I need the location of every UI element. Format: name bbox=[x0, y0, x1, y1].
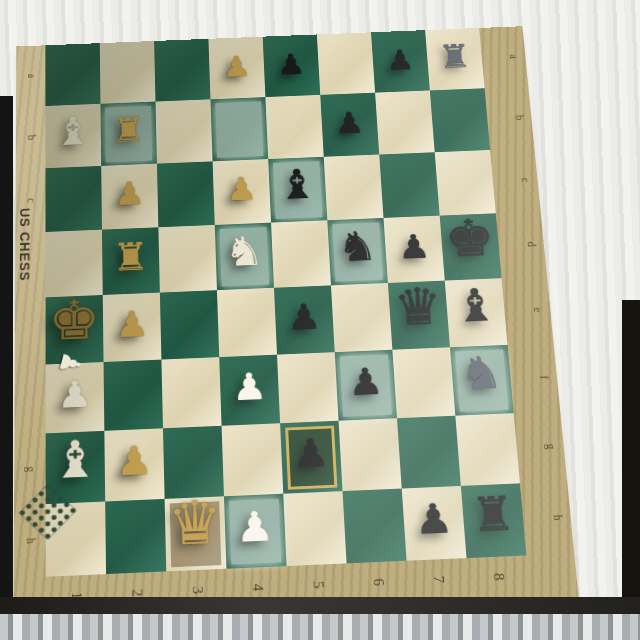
square-c7[interactable] bbox=[379, 152, 439, 218]
board-edge-shadow bbox=[0, 597, 640, 614]
highlight-b4 bbox=[215, 101, 264, 157]
white-pawn-a4[interactable]: ♟ bbox=[222, 52, 251, 81]
table-surface bbox=[0, 614, 640, 640]
square-b4[interactable] bbox=[210, 97, 268, 161]
file-label-right-c: c bbox=[516, 168, 532, 191]
board-border: US CHESS ♚♛♜♜♝♝♞♟♟♟♟♟♟♟♟♚♛♜♜♝♝♞♞♟♟♟♟♟♟♟♟… bbox=[13, 26, 581, 640]
photo-of-chessboard: US CHESS ♚♛♜♜♝♝♞♟♟♟♟♟♟♟♟♚♛♜♜♝♝♞♞♟♟♟♟♟♟♟♟… bbox=[0, 0, 640, 640]
black-pawn-g5[interactable]: ♟ bbox=[292, 433, 331, 474]
square-e4[interactable] bbox=[217, 288, 277, 357]
white-pawn-c2[interactable]: ♟ bbox=[114, 178, 145, 210]
black-pawn-h7[interactable]: ♟ bbox=[413, 497, 454, 540]
black-pawn-b6[interactable]: ♟ bbox=[334, 107, 365, 138]
square-b5[interactable] bbox=[265, 95, 323, 159]
square-d3[interactable] bbox=[158, 225, 217, 293]
black-rook-a8[interactable]: ♜ bbox=[437, 40, 472, 73]
square-a2[interactable] bbox=[100, 41, 156, 104]
black-bishop-e8[interactable]: ♝ bbox=[452, 283, 499, 330]
square-b3[interactable] bbox=[155, 99, 212, 163]
white-pawn-c4[interactable]: ♟ bbox=[226, 173, 258, 205]
file-label-left-a: a bbox=[24, 65, 38, 87]
file-label-left-g: g bbox=[22, 456, 37, 481]
square-e3[interactable] bbox=[160, 290, 219, 359]
square-g6[interactable] bbox=[339, 418, 402, 491]
white-king-e1[interactable]: ♚ bbox=[48, 292, 101, 348]
square-b7[interactable] bbox=[375, 90, 435, 154]
file-label-right-h: h bbox=[548, 504, 565, 530]
white-pawn-e2[interactable]: ♟ bbox=[115, 306, 149, 342]
file-label-left-h: h bbox=[22, 528, 37, 554]
square-g8[interactable] bbox=[455, 413, 520, 486]
white-bishop-g1[interactable]: ♝ bbox=[51, 433, 99, 486]
square-c3[interactable] bbox=[157, 161, 215, 227]
black-pawn-d7[interactable]: ♟ bbox=[397, 229, 431, 263]
white-pawn-f4[interactable]: ♟ bbox=[231, 367, 268, 405]
file-label-right-e: e bbox=[529, 298, 545, 322]
black-pawn-f6[interactable]: ♟ bbox=[347, 362, 384, 400]
black-queen-e7[interactable]: ♛ bbox=[392, 281, 444, 333]
white-pawn-h4[interactable]: ♟ bbox=[235, 505, 275, 548]
file-label-right-b: b bbox=[511, 106, 527, 128]
white-knight-d4[interactable]: ♞ bbox=[224, 230, 265, 272]
square-d5[interactable] bbox=[271, 220, 331, 288]
square-c8[interactable] bbox=[435, 150, 496, 216]
black-bishop-c5[interactable]: ♝ bbox=[276, 163, 318, 205]
black-knight-d6[interactable]: ♞ bbox=[336, 225, 378, 267]
square-a1[interactable] bbox=[45, 43, 100, 106]
square-c1[interactable] bbox=[45, 166, 102, 232]
white-rook-d2[interactable]: ♜ bbox=[112, 237, 150, 277]
square-f7[interactable] bbox=[392, 347, 455, 418]
square-c6[interactable] bbox=[324, 155, 384, 221]
square-f3[interactable] bbox=[161, 357, 221, 428]
file-label-right-f: f bbox=[535, 365, 552, 389]
uschess-border-text: US CHESS bbox=[17, 208, 33, 282]
white-pawn-f1[interactable]: ♟ bbox=[57, 375, 92, 414]
file-label-right-a: a bbox=[505, 46, 521, 67]
board-grid: ♚♛♜♜♝♝♞♟♟♟♟♟♟♟♟♚♛♜♜♝♝♞♞♟♟♟♟♟♟♟♟♟ bbox=[45, 28, 526, 577]
white-queen-h3[interactable]: ♛ bbox=[167, 492, 224, 554]
white-pawn-g2[interactable]: ♟ bbox=[116, 440, 153, 481]
table-shadow-left bbox=[0, 96, 13, 616]
file-label-left-b: b bbox=[24, 126, 38, 148]
square-f5[interactable] bbox=[277, 352, 339, 423]
square-f2[interactable] bbox=[104, 360, 163, 431]
square-g7[interactable] bbox=[397, 416, 461, 489]
square-a6[interactable] bbox=[317, 32, 375, 95]
chess-board: US CHESS ♚♛♜♜♝♝♞♟♟♟♟♟♟♟♟♚♛♜♜♝♝♞♞♟♟♟♟♟♟♟♟… bbox=[13, 26, 581, 640]
black-pawn-a5[interactable]: ♟ bbox=[277, 50, 306, 79]
black-pawn-e5[interactable]: ♟ bbox=[286, 299, 321, 335]
square-a3[interactable] bbox=[154, 39, 210, 102]
black-king-d8[interactable]: ♚ bbox=[443, 212, 497, 265]
black-pawn-a7[interactable]: ♟ bbox=[385, 45, 415, 74]
white-rook-b2[interactable]: ♜ bbox=[111, 113, 145, 148]
square-g4[interactable] bbox=[222, 423, 284, 496]
table-shadow-right bbox=[622, 300, 640, 640]
black-rook-h8[interactable]: ♜ bbox=[469, 490, 517, 539]
file-label-right-d: d bbox=[522, 232, 538, 255]
square-e6[interactable] bbox=[331, 283, 392, 352]
square-b8[interactable] bbox=[430, 88, 490, 152]
white-bishop-b1[interactable]: ♝ bbox=[54, 111, 93, 151]
black-knight-f8[interactable]: ♞ bbox=[458, 350, 505, 397]
file-label-right-g: g bbox=[541, 434, 558, 459]
